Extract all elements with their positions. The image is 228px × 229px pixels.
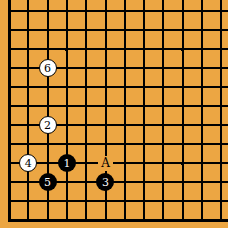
marker-cell-F4: A [96, 154, 115, 173]
white-stone-2: 2 [39, 116, 57, 134]
black-stone-5: 5 [39, 173, 57, 191]
stone-cell-D4: 1 [57, 154, 76, 173]
board-grid: A123456 [0, 2, 228, 229]
star-point-cell [173, 154, 192, 173]
star-point [65, 48, 68, 51]
stone-cell-C9: 6 [38, 59, 57, 78]
star-point-cell [173, 40, 192, 59]
star-point-cell [57, 40, 76, 59]
star-point [181, 48, 184, 51]
stone-cell-C3: 5 [38, 173, 57, 192]
white-stone-4: 4 [19, 154, 37, 172]
black-stone-3: 3 [96, 173, 114, 191]
black-stone-1: 1 [58, 154, 76, 172]
white-stone-6: 6 [39, 59, 57, 77]
stone-cell-F3: 3 [96, 173, 115, 192]
stone-cell-C6: 2 [38, 116, 57, 135]
point-label-A: A [98, 156, 113, 171]
stone-cell-B4: 4 [19, 154, 38, 173]
star-point [181, 162, 184, 165]
go-board-diagram: A123456 [0, 0, 228, 228]
